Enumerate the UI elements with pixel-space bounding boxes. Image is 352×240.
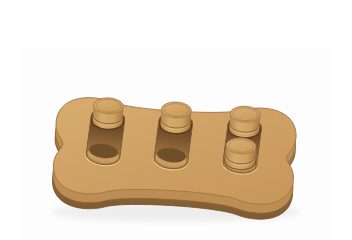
peg-right-bottom[interactable]: [223, 137, 257, 171]
slots-layer: [84, 94, 265, 176]
product-photo: [0, 0, 352, 240]
bone-puzzle-board: [51, 92, 298, 221]
peg-left-top[interactable]: [91, 97, 125, 131]
bone-puzzle-image: [0, 0, 352, 240]
peg-middle-top[interactable]: [159, 101, 193, 135]
peg-right-top[interactable]: [228, 105, 262, 139]
